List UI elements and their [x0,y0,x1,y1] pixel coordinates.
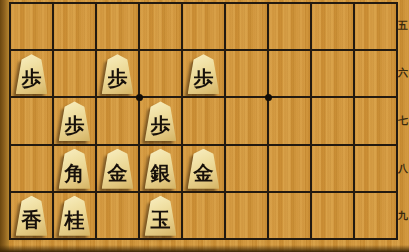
piece-kanji: 歩 [65,107,85,135]
piece-kanji: 金 [108,155,128,183]
board-cell-6i[interactable]: 玉 [140,193,181,238]
board-cell-4h[interactable] [226,146,267,191]
board-cell-9g[interactable] [11,98,52,143]
piece-kanji: 銀 [151,155,171,183]
star-point [136,94,143,101]
shogi-piece-bishop[interactable]: 角 [58,149,91,189]
board-cell-9f[interactable]: 歩 [11,51,52,96]
rank-label-column: 五六七八九 [397,2,409,240]
koma-shape: 銀 [144,149,177,189]
board-cell-2e[interactable] [312,4,353,49]
piece-kanji: 角 [65,155,85,183]
koma-shape: 歩 [58,101,91,141]
board-cell-5e[interactable] [183,4,224,49]
board-cell-1h[interactable] [355,146,396,191]
koma-shape: 角 [58,149,91,189]
koma-shape: 桂 [58,196,91,236]
piece-kanji: 香 [22,202,42,230]
shogi-piece-pawn[interactable]: 歩 [58,101,91,141]
board-cell-8g[interactable]: 歩 [54,98,95,143]
shogi-piece-pawn[interactable]: 歩 [15,54,48,94]
board-cell-2i[interactable] [312,193,353,238]
board-cell-7f[interactable]: 歩 [97,51,138,96]
piece-kanji: 玉 [151,202,171,230]
board-cell-2h[interactable] [312,146,353,191]
board-left-edge [0,0,9,252]
board-cell-1e[interactable] [355,4,396,49]
board-cell-7g[interactable] [97,98,138,143]
board-cell-5f[interactable]: 歩 [183,51,224,96]
koma-shape: 歩 [187,54,220,94]
shogi-piece-king[interactable]: 玉 [144,196,177,236]
piece-kanji: 歩 [151,107,171,135]
piece-kanji: 桂 [65,202,85,230]
shogi-piece-pawn[interactable]: 歩 [144,101,177,141]
board-cell-3h[interactable] [269,146,310,191]
board-cell-4f[interactable] [226,51,267,96]
koma-shape: 金 [187,149,220,189]
koma-shape: 玉 [144,196,177,236]
board-cell-2g[interactable] [312,98,353,143]
board-cell-7e[interactable] [97,4,138,49]
koma-shape: 歩 [101,54,134,94]
shogi-board-grid: 歩歩歩歩歩角金銀金香桂玉 [9,2,398,240]
shogi-piece-pawn[interactable]: 歩 [101,54,134,94]
board-cell-4g[interactable] [226,98,267,143]
rank-label-5: 五 [397,2,409,50]
shogi-piece-lance[interactable]: 香 [15,196,48,236]
rank-label-8: 八 [397,145,409,193]
rank-label-9: 九 [397,192,409,240]
koma-shape: 歩 [144,101,177,141]
board-cell-3i[interactable] [269,193,310,238]
shogi-piece-gold-general[interactable]: 金 [101,149,134,189]
board-cell-1f[interactable] [355,51,396,96]
board-cell-7h[interactable]: 金 [97,146,138,191]
board-cell-8h[interactable]: 角 [54,146,95,191]
board-cell-8i[interactable]: 桂 [54,193,95,238]
shogi-piece-silver-general[interactable]: 銀 [144,149,177,189]
board-cell-3g[interactable] [269,98,310,143]
board-cell-6h[interactable]: 銀 [140,146,181,191]
rank-label-6: 六 [397,50,409,98]
board-cell-6e[interactable] [140,4,181,49]
board-cell-8f[interactable] [54,51,95,96]
piece-kanji: 歩 [22,60,42,88]
board-bottom-edge [0,245,409,252]
shogi-piece-knight[interactable]: 桂 [58,196,91,236]
board-cell-2f[interactable] [312,51,353,96]
board-cell-8e[interactable] [54,4,95,49]
board-cell-7i[interactable] [97,193,138,238]
board-cell-1i[interactable] [355,193,396,238]
piece-kanji: 歩 [194,60,214,88]
piece-kanji: 金 [194,155,214,183]
board-cell-6g[interactable]: 歩 [140,98,181,143]
board-cell-9i[interactable]: 香 [11,193,52,238]
koma-shape: 香 [15,196,48,236]
board-cell-1g[interactable] [355,98,396,143]
board-cell-9e[interactable] [11,4,52,49]
shogi-piece-gold-general[interactable]: 金 [187,149,220,189]
board-cell-9h[interactable] [11,146,52,191]
board-cell-6f[interactable] [140,51,181,96]
board-cell-3e[interactable] [269,4,310,49]
board-cell-5i[interactable] [183,193,224,238]
shogi-piece-pawn[interactable]: 歩 [187,54,220,94]
board-cell-4e[interactable] [226,4,267,49]
star-point [265,94,272,101]
board-cell-5h[interactable]: 金 [183,146,224,191]
koma-shape: 歩 [15,54,48,94]
koma-shape: 金 [101,149,134,189]
board-cell-4i[interactable] [226,193,267,238]
rank-label-7: 七 [397,97,409,145]
board-cell-3f[interactable] [269,51,310,96]
piece-kanji: 歩 [108,60,128,88]
shogi-board-region: 歩歩歩歩歩角金銀金香桂玉 五六七八九 [0,0,409,252]
board-cell-5g[interactable] [183,98,224,143]
